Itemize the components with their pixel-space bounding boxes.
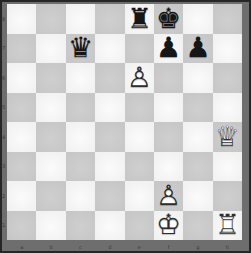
file-label-a: a: [7, 241, 36, 252]
square-b5[interactable]: [36, 93, 65, 123]
white-piece-outline: ♙: [154, 181, 183, 211]
white-pawn-piece: ♟♙: [154, 181, 183, 211]
square-g6[interactable]: [183, 63, 212, 93]
square-b7[interactable]: [36, 34, 65, 64]
square-g3[interactable]: [183, 152, 212, 182]
square-h1[interactable]: ♜♖: [213, 211, 242, 241]
square-d8[interactable]: [95, 4, 124, 34]
square-h8[interactable]: [213, 4, 242, 34]
rank-label-8: 8: [0, 4, 7, 34]
rank-label-3: 3: [0, 152, 7, 182]
file-label-d: d: [95, 241, 124, 252]
white-queen-piece: ♛♕: [213, 122, 242, 152]
black-piece-glyph: ♛: [66, 34, 95, 64]
square-c8[interactable]: [66, 4, 95, 34]
square-f8[interactable]: ♚: [154, 4, 183, 34]
black-piece-glyph: ♟: [183, 34, 212, 64]
black-piece-glyph: ♜: [125, 4, 154, 34]
file-label-c: c: [66, 241, 95, 252]
white-piece-fill: ♜: [213, 211, 242, 241]
square-b3[interactable]: [36, 152, 65, 182]
square-f2[interactable]: ♟♙: [154, 181, 183, 211]
file-label-h: h: [213, 241, 242, 252]
square-f3[interactable]: [154, 152, 183, 182]
white-pawn-piece: ♟♙: [125, 63, 154, 93]
white-piece-fill: ♟: [154, 181, 183, 211]
square-h5[interactable]: [213, 93, 242, 123]
square-g1[interactable]: [183, 211, 212, 241]
chess-board: ♜♚♛♟♟♟♙♛♕♟♙♚♔♜♖: [7, 4, 242, 240]
white-piece-fill: ♟: [125, 63, 154, 93]
square-d7[interactable]: [95, 34, 124, 64]
square-a4[interactable]: [7, 122, 36, 152]
square-d3[interactable]: [95, 152, 124, 182]
white-piece-outline: ♔: [154, 211, 183, 241]
rank-label-6: 6: [0, 63, 7, 93]
black-piece-glyph: ♚: [154, 4, 183, 34]
file-label-g: g: [183, 241, 212, 252]
square-a1[interactable]: [7, 211, 36, 241]
square-h3[interactable]: [213, 152, 242, 182]
white-piece-outline: ♖: [213, 211, 242, 241]
square-e2[interactable]: [125, 181, 154, 211]
square-e4[interactable]: [125, 122, 154, 152]
square-e7[interactable]: [125, 34, 154, 64]
file-label-f: f: [154, 241, 183, 252]
black-pawn-piece: ♟: [154, 34, 183, 64]
file-label-b: b: [36, 241, 65, 252]
square-h2[interactable]: [213, 181, 242, 211]
square-e3[interactable]: [125, 152, 154, 182]
white-piece-outline: ♕: [213, 122, 242, 152]
square-e5[interactable]: [125, 93, 154, 123]
white-rook-piece: ♜♖: [213, 211, 242, 241]
square-c3[interactable]: [66, 152, 95, 182]
square-c2[interactable]: [66, 181, 95, 211]
square-b6[interactable]: [36, 63, 65, 93]
black-piece-glyph: ♟: [154, 34, 183, 64]
square-h6[interactable]: [213, 63, 242, 93]
rank-label-1: 1: [0, 211, 7, 241]
square-a2[interactable]: [7, 181, 36, 211]
square-a5[interactable]: [7, 93, 36, 123]
square-d5[interactable]: [95, 93, 124, 123]
black-rook-piece: ♜: [125, 4, 154, 34]
square-a3[interactable]: [7, 152, 36, 182]
white-piece-fill: ♛: [213, 122, 242, 152]
square-b8[interactable]: [36, 4, 65, 34]
rank-label-2: 2: [0, 181, 7, 211]
square-e1[interactable]: [125, 211, 154, 241]
square-c4[interactable]: [66, 122, 95, 152]
rank-label-5: 5: [0, 93, 7, 123]
square-b2[interactable]: [36, 181, 65, 211]
square-d1[interactable]: [95, 211, 124, 241]
square-c7[interactable]: ♛: [66, 34, 95, 64]
square-g5[interactable]: [183, 93, 212, 123]
rank-label-4: 4: [0, 122, 7, 152]
square-f7[interactable]: ♟: [154, 34, 183, 64]
square-b4[interactable]: [36, 122, 65, 152]
square-h7[interactable]: [213, 34, 242, 64]
square-h4[interactable]: ♛♕: [213, 122, 242, 152]
square-c1[interactable]: [66, 211, 95, 241]
square-a7[interactable]: [7, 34, 36, 64]
square-g2[interactable]: [183, 181, 212, 211]
square-b1[interactable]: [36, 211, 65, 241]
square-f1[interactable]: ♚♔: [154, 211, 183, 241]
square-c5[interactable]: [66, 93, 95, 123]
black-queen-piece: ♛: [66, 34, 95, 64]
black-king-piece: ♚: [154, 4, 183, 34]
square-f6[interactable]: [154, 63, 183, 93]
square-d2[interactable]: [95, 181, 124, 211]
file-label-e: e: [125, 241, 154, 252]
square-a6[interactable]: [7, 63, 36, 93]
square-g7[interactable]: ♟: [183, 34, 212, 64]
chess-board-screenshot: ♜♚♛♟♟♟♙♛♕♟♙♚♔♜♖ 87654321abcdefgh: [0, 0, 251, 253]
white-piece-fill: ♚: [154, 211, 183, 241]
square-d6[interactable]: [95, 63, 124, 93]
square-a8[interactable]: [7, 4, 36, 34]
square-d4[interactable]: [95, 122, 124, 152]
rank-label-7: 7: [0, 34, 7, 64]
white-king-piece: ♚♔: [154, 211, 183, 241]
white-piece-outline: ♙: [125, 63, 154, 93]
square-f4[interactable]: [154, 122, 183, 152]
black-pawn-piece: ♟: [183, 34, 212, 64]
square-g8[interactable]: [183, 4, 212, 34]
square-f5[interactable]: [154, 93, 183, 123]
square-c6[interactable]: [66, 63, 95, 93]
square-e6[interactable]: ♟♙: [125, 63, 154, 93]
square-e8[interactable]: ♜: [125, 4, 154, 34]
square-g4[interactable]: [183, 122, 212, 152]
